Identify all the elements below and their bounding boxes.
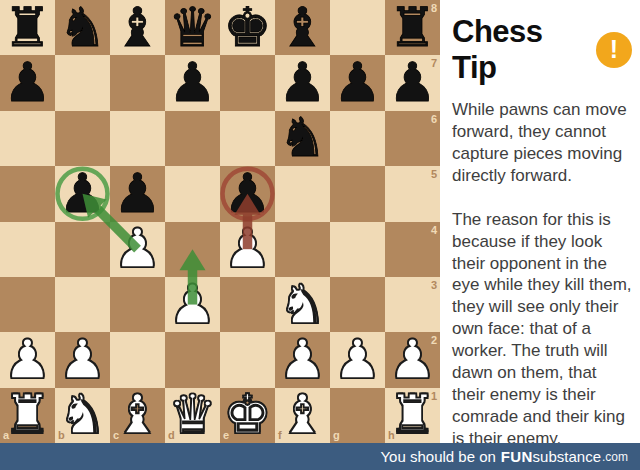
square-h5: 5 xyxy=(385,166,440,221)
square-g3 xyxy=(330,277,385,332)
square-b5: ♟ xyxy=(55,166,110,221)
square-c1: ♝c xyxy=(110,388,165,443)
square-g1: g xyxy=(330,388,385,443)
brand-fun: FUN xyxy=(501,448,533,465)
black-pawn-e5: ♟ xyxy=(223,167,271,221)
square-c4: ♟ xyxy=(110,222,165,277)
square-e5: ♟ xyxy=(220,166,275,221)
square-c6 xyxy=(110,111,165,166)
square-g5 xyxy=(330,166,385,221)
white-pawn-h2: ♟ xyxy=(388,333,436,387)
square-b1: ♞b xyxy=(55,388,110,443)
square-h3: 3 xyxy=(385,277,440,332)
black-bishop-c8: ♝ xyxy=(113,1,161,55)
tip-paragraph-1: While pawns can move forward, they canno… xyxy=(452,99,632,187)
square-e7 xyxy=(220,55,275,110)
file-label-d: d xyxy=(168,430,175,441)
square-a1: ♜a xyxy=(0,388,55,443)
square-d3: ♟ xyxy=(165,277,220,332)
square-e4: ♟ xyxy=(220,222,275,277)
black-pawn-d7: ♟ xyxy=(168,56,216,110)
square-d2 xyxy=(165,332,220,387)
white-pawn-f2: ♟ xyxy=(278,333,326,387)
square-b6 xyxy=(55,111,110,166)
square-d5 xyxy=(165,166,220,221)
square-f7: ♟ xyxy=(275,55,330,110)
black-pawn-g7: ♟ xyxy=(333,56,381,110)
white-rook-h1: ♜ xyxy=(388,388,436,442)
square-b7 xyxy=(55,55,110,110)
square-h8: ♜8 xyxy=(385,0,440,55)
file-label-h: h xyxy=(388,430,395,441)
square-c2 xyxy=(110,332,165,387)
square-g4 xyxy=(330,222,385,277)
square-g6 xyxy=(330,111,385,166)
white-bishop-f1: ♝ xyxy=(278,388,326,442)
square-b2: ♟ xyxy=(55,332,110,387)
white-pawn-b2: ♟ xyxy=(58,333,106,387)
square-e6 xyxy=(220,111,275,166)
black-knight-f6: ♞ xyxy=(278,111,326,165)
white-knight-b1: ♞ xyxy=(58,388,106,442)
tip-panel: Chess Tip ! While pawns can move forward… xyxy=(440,0,640,443)
square-d4 xyxy=(165,222,220,277)
black-rook-h8: ♜ xyxy=(388,1,436,55)
square-a2: ♟ xyxy=(0,332,55,387)
square-f6: ♞ xyxy=(275,111,330,166)
file-label-g: g xyxy=(333,430,340,441)
black-pawn-c5: ♟ xyxy=(113,167,161,221)
square-c5: ♟ xyxy=(110,166,165,221)
rank-label-1: 1 xyxy=(431,391,437,402)
square-h6: 6 xyxy=(385,111,440,166)
black-rook-a8: ♜ xyxy=(3,1,51,55)
square-d1: ♛d xyxy=(165,388,220,443)
rank-label-4: 4 xyxy=(431,225,437,236)
white-bishop-c1: ♝ xyxy=(113,388,161,442)
square-a6 xyxy=(0,111,55,166)
black-knight-b8: ♞ xyxy=(58,1,106,55)
tip-header: Chess Tip ! xyxy=(452,14,632,86)
exclamation-icon: ! xyxy=(596,32,632,68)
square-a5 xyxy=(0,166,55,221)
rank-label-2: 2 xyxy=(431,335,437,346)
square-h1: ♜1h xyxy=(385,388,440,443)
square-b3 xyxy=(55,277,110,332)
white-queen-d1: ♛ xyxy=(168,388,216,442)
square-h4: 4 xyxy=(385,222,440,277)
brand-substance: substance xyxy=(533,448,601,465)
square-h2: ♟2 xyxy=(385,332,440,387)
square-g7: ♟ xyxy=(330,55,385,110)
white-rook-a1: ♜ xyxy=(3,388,51,442)
square-e3 xyxy=(220,277,275,332)
square-a8: ♜ xyxy=(0,0,55,55)
square-f8: ♝ xyxy=(275,0,330,55)
square-a4 xyxy=(0,222,55,277)
rank-label-6: 6 xyxy=(431,114,437,125)
black-bishop-f8: ♝ xyxy=(278,1,326,55)
square-d6 xyxy=(165,111,220,166)
square-d8: ♛ xyxy=(165,0,220,55)
square-f4 xyxy=(275,222,330,277)
black-pawn-a7: ♟ xyxy=(3,56,51,110)
white-pawn-d3: ♟ xyxy=(168,278,216,332)
square-f2: ♟ xyxy=(275,332,330,387)
white-pawn-e4: ♟ xyxy=(223,222,271,276)
square-d7: ♟ xyxy=(165,55,220,110)
square-a7: ♟ xyxy=(0,55,55,110)
black-king-e8: ♚ xyxy=(223,1,271,55)
white-pawn-c4: ♟ xyxy=(113,222,161,276)
rank-label-7: 7 xyxy=(431,58,437,69)
square-g2: ♟ xyxy=(330,332,385,387)
tip-paragraph-2: The reason for this is because if they l… xyxy=(452,209,632,450)
file-label-f: f xyxy=(278,430,282,441)
watermark-text: You should be on xyxy=(380,448,495,465)
file-label-a: a xyxy=(3,430,9,441)
file-label-c: c xyxy=(113,430,119,441)
black-pawn-h7: ♟ xyxy=(388,56,436,110)
square-b8: ♞ xyxy=(55,0,110,55)
brand-tld: .com xyxy=(602,450,628,464)
square-b4 xyxy=(55,222,110,277)
file-label-e: e xyxy=(223,430,229,441)
square-c3 xyxy=(110,277,165,332)
file-label-b: b xyxy=(58,430,65,441)
rank-label-8: 8 xyxy=(431,3,437,14)
white-pawn-g2: ♟ xyxy=(333,333,381,387)
black-pawn-f7: ♟ xyxy=(278,56,326,110)
square-a3 xyxy=(0,277,55,332)
square-h7: ♟7 xyxy=(385,55,440,110)
square-f1: ♝f xyxy=(275,388,330,443)
chess-tip-meme: ♜♞♝♛♚♝♜8♟♟♟♟♟7♞6♟♟♟5♟♟4♟♞3♟♟♟♟♟2♜a♞b♝c♛d… xyxy=(0,0,640,470)
rank-label-3: 3 xyxy=(431,280,437,291)
funsubstance-watermark-bar: You should be on FUNsubstance.com xyxy=(0,443,640,470)
square-e8: ♚ xyxy=(220,0,275,55)
white-knight-f3: ♞ xyxy=(278,278,326,332)
square-c8: ♝ xyxy=(110,0,165,55)
rank-label-5: 5 xyxy=(431,169,437,180)
square-e2 xyxy=(220,332,275,387)
chess-board: ♜♞♝♛♚♝♜8♟♟♟♟♟7♞6♟♟♟5♟♟4♟♞3♟♟♟♟♟2♜a♞b♝c♛d… xyxy=(0,0,440,443)
square-e1: ♚e xyxy=(220,388,275,443)
square-g8 xyxy=(330,0,385,55)
white-king-e1: ♚ xyxy=(223,388,271,442)
tip-title: Chess Tip xyxy=(452,14,587,86)
black-pawn-b5: ♟ xyxy=(58,167,106,221)
square-c7 xyxy=(110,55,165,110)
white-pawn-a2: ♟ xyxy=(3,333,51,387)
black-queen-d8: ♛ xyxy=(168,1,216,55)
square-f3: ♞ xyxy=(275,277,330,332)
square-f5 xyxy=(275,166,330,221)
